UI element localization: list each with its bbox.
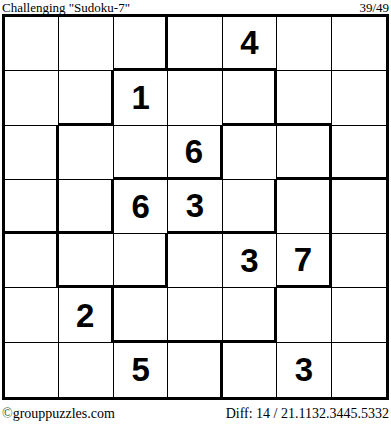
sudoku-cell-r2c3[interactable]: 1 (114, 71, 168, 125)
sudoku-cell-r6c6[interactable] (277, 288, 331, 342)
sudoku-cell-r5c2[interactable] (59, 234, 113, 288)
sudoku-cell-r2c6[interactable] (277, 71, 331, 125)
header: Challenging "Sudoku-7" 39/49 (0, 0, 391, 14)
sudoku-cell-r5c4[interactable] (168, 234, 222, 288)
given-digit: 4 (240, 26, 258, 59)
sudoku-cell-r1c3[interactable] (114, 17, 168, 71)
copyright-label: grouppuzzles.com (13, 406, 115, 421)
sudoku-cell-r5c5[interactable]: 3 (223, 234, 277, 288)
sudoku-cell-r7c7[interactable] (332, 343, 386, 397)
sudoku-cell-r6c7[interactable] (332, 288, 386, 342)
given-digit: 2 (76, 299, 94, 332)
sudoku-cell-r3c5[interactable] (223, 126, 277, 180)
given-digit: 6 (185, 135, 203, 168)
sudoku-cell-r2c5[interactable] (223, 71, 277, 125)
sudoku-cell-r3c3[interactable] (114, 126, 168, 180)
sudoku-cell-r2c4[interactable] (168, 71, 222, 125)
sudoku-cell-r6c2[interactable]: 2 (59, 288, 113, 342)
sudoku-cell-r3c7[interactable] (332, 126, 386, 180)
sudoku-cell-r7c2[interactable] (59, 343, 113, 397)
sudoku-cell-r5c6[interactable]: 7 (277, 234, 331, 288)
sudoku-cell-r4c4[interactable]: 3 (168, 180, 222, 234)
sudoku-cell-r5c3[interactable] (114, 234, 168, 288)
sudoku-cell-r3c1[interactable] (5, 126, 59, 180)
sudoku-cell-r7c4[interactable] (168, 343, 222, 397)
sudoku-cell-r2c2[interactable] (59, 71, 113, 125)
sudoku-cell-r7c6[interactable]: 3 (277, 343, 331, 397)
sudoku-cell-r2c1[interactable] (5, 71, 59, 125)
sudoku-cell-r5c7[interactable] (332, 234, 386, 288)
given-digit: 3 (240, 244, 258, 277)
sudoku-cell-r4c5[interactable] (223, 180, 277, 234)
copyright[interactable]: ©grouppuzzles.com (2, 406, 115, 422)
sudoku-cell-r4c1[interactable] (5, 180, 59, 234)
sudoku-cell-r1c7[interactable] (332, 17, 386, 71)
sudoku-cell-r1c5[interactable]: 4 (223, 17, 277, 71)
sudoku-cell-r1c1[interactable] (5, 17, 59, 71)
given-digit: 6 (131, 190, 149, 223)
sudoku-cell-r2c7[interactable] (332, 71, 386, 125)
sudoku-cell-r4c3[interactable]: 6 (114, 180, 168, 234)
sudoku-cell-r4c2[interactable] (59, 180, 113, 234)
given-digit: 1 (131, 81, 149, 114)
sudoku-cell-r6c4[interactable] (168, 288, 222, 342)
sudoku-cell-r6c5[interactable] (223, 288, 277, 342)
copyright-icon: © (2, 406, 13, 421)
page: { "game": "sudoku-7 (7x7 irregular jigsa… (0, 0, 391, 426)
given-digit: 3 (186, 189, 204, 222)
given-digit: 3 (295, 353, 313, 386)
sudoku-cell-r1c6[interactable] (277, 17, 331, 71)
footer: ©grouppuzzles.com Diff: 14 / 21.1132.344… (0, 406, 391, 426)
difficulty-text: Diff: 14 / 21.1132.3445.5332 (226, 406, 389, 422)
sudoku-cell-r3c2[interactable] (59, 126, 113, 180)
sudoku-cell-r7c3[interactable]: 5 (114, 343, 168, 397)
given-digit: 7 (294, 243, 312, 276)
sudoku-cell-r7c5[interactable] (223, 343, 277, 397)
sudoku-cell-r3c4[interactable]: 6 (168, 126, 222, 180)
sudoku-cell-r5c1[interactable] (5, 234, 59, 288)
sudoku-cell-r4c6[interactable] (277, 180, 331, 234)
sudoku-cell-r1c4[interactable] (168, 17, 222, 71)
given-digit: 5 (131, 353, 149, 386)
sudoku-cell-r6c1[interactable] (5, 288, 59, 342)
sudoku-cell-r7c1[interactable] (5, 343, 59, 397)
sudoku-cell-r4c7[interactable] (332, 180, 386, 234)
sudoku-cell-r3c6[interactable] (277, 126, 331, 180)
sudoku-cell-r6c3[interactable] (114, 288, 168, 342)
sudoku-cell-r1c2[interactable] (59, 17, 113, 71)
sudoku-grid: 4166337253 (2, 14, 389, 400)
